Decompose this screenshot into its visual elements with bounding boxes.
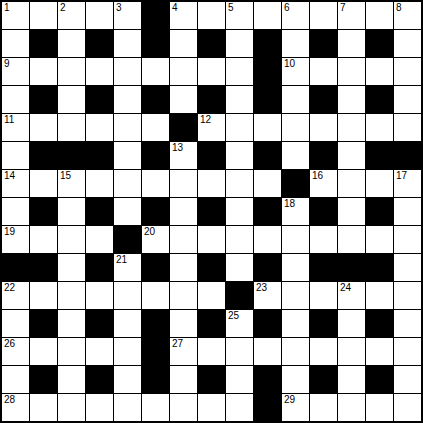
- open-cell-r9c2[interactable]: [58, 254, 85, 281]
- block-cell-r9c12: [338, 254, 365, 281]
- open-cell-r14c10[interactable]: 29: [282, 394, 309, 421]
- open-cell-r10c4[interactable]: [114, 282, 141, 309]
- clue-number-5: 5: [228, 2, 234, 14]
- block-cell-r3c1: [30, 86, 57, 113]
- open-cell-r2c13[interactable]: [366, 58, 393, 85]
- block-cell-r11c9: [254, 310, 281, 337]
- open-cell-r2c4[interactable]: [114, 58, 141, 85]
- block-cell-r13c3: [86, 366, 113, 393]
- open-cell-r12c13[interactable]: [366, 338, 393, 365]
- open-cell-r2c3[interactable]: [86, 58, 113, 85]
- block-cell-r1c13: [366, 30, 393, 57]
- open-cell-r10c1[interactable]: [30, 282, 57, 309]
- open-cell-r2c8[interactable]: [226, 58, 253, 85]
- open-cell-r0c4[interactable]: 3: [114, 2, 141, 29]
- clue-number-11: 11: [4, 114, 14, 126]
- clue-number-13: 13: [172, 142, 183, 154]
- open-cell-r13c14[interactable]: [394, 366, 421, 393]
- open-cell-r6c12[interactable]: [338, 170, 365, 197]
- block-cell-r8c4: [114, 226, 141, 253]
- open-cell-r0c6[interactable]: 4: [170, 2, 197, 29]
- block-cell-r1c11: [310, 30, 337, 57]
- open-cell-r8c6[interactable]: [170, 226, 197, 253]
- clue-number-17: 17: [396, 170, 407, 182]
- open-cell-r1c14[interactable]: [394, 30, 421, 57]
- crossword-grid: 1234567891011121314151617181920212223242…: [0, 0, 423, 423]
- open-cell-r6c3[interactable]: [86, 170, 113, 197]
- open-cell-r5c8[interactable]: [226, 142, 253, 169]
- open-cell-r8c12[interactable]: [338, 226, 365, 253]
- block-cell-r3c3: [86, 86, 113, 113]
- block-cell-r11c13: [366, 310, 393, 337]
- block-cell-r13c5: [142, 366, 169, 393]
- open-cell-r4c9[interactable]: [254, 114, 281, 141]
- block-cell-r11c5: [142, 310, 169, 337]
- open-cell-r14c0[interactable]: 28: [2, 394, 29, 421]
- block-cell-r13c13: [366, 366, 393, 393]
- open-cell-r2c11[interactable]: [310, 58, 337, 85]
- open-cell-r1c10[interactable]: [282, 30, 309, 57]
- open-cell-r0c2[interactable]: 2: [58, 2, 85, 29]
- open-cell-r1c2[interactable]: [58, 30, 85, 57]
- open-cell-r6c9[interactable]: [254, 170, 281, 197]
- open-cell-r12c3[interactable]: [86, 338, 113, 365]
- open-cell-r6c7[interactable]: [198, 170, 225, 197]
- open-cell-r10c9[interactable]: 23: [254, 282, 281, 309]
- block-cell-r9c9: [254, 254, 281, 281]
- open-cell-r4c8[interactable]: [226, 114, 253, 141]
- open-cell-r7c4[interactable]: [114, 198, 141, 225]
- open-cell-r8c5[interactable]: 20: [142, 226, 169, 253]
- open-cell-r10c5[interactable]: [142, 282, 169, 309]
- open-cell-r3c2[interactable]: [58, 86, 85, 113]
- block-cell-r7c5: [142, 198, 169, 225]
- open-cell-r9c8[interactable]: [226, 254, 253, 281]
- block-cell-r1c9: [254, 30, 281, 57]
- open-cell-r0c10[interactable]: 6: [282, 2, 309, 29]
- open-cell-r8c8[interactable]: [226, 226, 253, 253]
- open-cell-r0c9[interactable]: [254, 2, 281, 29]
- open-cell-r8c10[interactable]: [282, 226, 309, 253]
- block-cell-r5c3: [86, 142, 113, 169]
- open-cell-r3c12[interactable]: [338, 86, 365, 113]
- open-cell-r0c11[interactable]: [310, 2, 337, 29]
- open-cell-r14c13[interactable]: [366, 394, 393, 421]
- open-cell-r7c6[interactable]: [170, 198, 197, 225]
- open-cell-r13c2[interactable]: [58, 366, 85, 393]
- open-cell-r5c4[interactable]: [114, 142, 141, 169]
- block-cell-r9c7: [198, 254, 225, 281]
- open-cell-r14c6[interactable]: [170, 394, 197, 421]
- open-cell-r14c2[interactable]: [58, 394, 85, 421]
- clue-number-21: 21: [116, 254, 127, 266]
- open-cell-r12c4[interactable]: [114, 338, 141, 365]
- open-cell-r12c7[interactable]: [198, 338, 225, 365]
- open-cell-r0c8[interactable]: 5: [226, 2, 253, 29]
- block-cell-r7c3: [86, 198, 113, 225]
- block-cell-r4c6: [170, 114, 197, 141]
- open-cell-r13c4[interactable]: [114, 366, 141, 393]
- open-cell-r14c14[interactable]: [394, 394, 421, 421]
- block-cell-r11c3: [86, 310, 113, 337]
- open-cell-r3c10[interactable]: [282, 86, 309, 113]
- open-cell-r2c1[interactable]: [30, 58, 57, 85]
- open-cell-r8c3[interactable]: [86, 226, 113, 253]
- open-cell-r11c14[interactable]: [394, 310, 421, 337]
- open-cell-r10c6[interactable]: [170, 282, 197, 309]
- block-cell-r10c8: [226, 282, 253, 309]
- open-cell-r6c6[interactable]: [170, 170, 197, 197]
- open-cell-r0c13[interactable]: [366, 2, 393, 29]
- clue-number-28: 28: [4, 394, 15, 406]
- open-cell-r10c7[interactable]: [198, 282, 225, 309]
- open-cell-r14c12[interactable]: [338, 394, 365, 421]
- open-cell-r4c0[interactable]: 11: [2, 114, 29, 141]
- open-cell-r5c12[interactable]: [338, 142, 365, 169]
- block-cell-r11c11: [310, 310, 337, 337]
- block-cell-r7c1: [30, 198, 57, 225]
- open-cell-r6c14[interactable]: 17: [394, 170, 421, 197]
- block-cell-r9c5: [142, 254, 169, 281]
- clue-number-18: 18: [284, 198, 295, 210]
- open-cell-r10c2[interactable]: [58, 282, 85, 309]
- open-cell-r6c1[interactable]: [30, 170, 57, 197]
- open-cell-r4c3[interactable]: [86, 114, 113, 141]
- open-cell-r14c11[interactable]: [310, 394, 337, 421]
- open-cell-r2c0[interactable]: 9: [2, 58, 29, 85]
- open-cell-r3c6[interactable]: [170, 86, 197, 113]
- block-cell-r1c5: [142, 30, 169, 57]
- open-cell-r10c12[interactable]: 24: [338, 282, 365, 309]
- open-cell-r11c10[interactable]: [282, 310, 309, 337]
- open-cell-r7c8[interactable]: [226, 198, 253, 225]
- open-cell-r11c4[interactable]: [114, 310, 141, 337]
- open-cell-r0c12[interactable]: 7: [338, 2, 365, 29]
- clue-number-9: 9: [4, 58, 10, 70]
- open-cell-r13c8[interactable]: [226, 366, 253, 393]
- open-cell-r7c14[interactable]: [394, 198, 421, 225]
- block-cell-r3c7: [198, 86, 225, 113]
- clue-number-29: 29: [284, 394, 295, 406]
- block-cell-r11c1: [30, 310, 57, 337]
- open-cell-r7c12[interactable]: [338, 198, 365, 225]
- clue-number-10: 10: [284, 58, 295, 70]
- block-cell-r13c11: [310, 366, 337, 393]
- clue-number-25: 25: [228, 310, 239, 322]
- open-cell-r12c0[interactable]: 26: [2, 338, 29, 365]
- clue-number-7: 7: [340, 2, 346, 14]
- block-cell-r9c11: [310, 254, 337, 281]
- block-cell-r1c1: [30, 30, 57, 57]
- block-cell-r14c9: [254, 394, 281, 421]
- block-cell-r5c11: [310, 142, 337, 169]
- open-cell-r4c13[interactable]: [366, 114, 393, 141]
- open-cell-r4c1[interactable]: [30, 114, 57, 141]
- open-cell-r13c6[interactable]: [170, 366, 197, 393]
- block-cell-r11c7: [198, 310, 225, 337]
- open-cell-r10c10[interactable]: [282, 282, 309, 309]
- open-cell-r2c10[interactable]: 10: [282, 58, 309, 85]
- open-cell-r8c0[interactable]: 19: [2, 226, 29, 253]
- open-cell-r2c5[interactable]: [142, 58, 169, 85]
- clue-number-12: 12: [200, 114, 211, 126]
- open-cell-r3c4[interactable]: [114, 86, 141, 113]
- open-cell-r12c8[interactable]: [226, 338, 253, 365]
- open-cell-r2c6[interactable]: [170, 58, 197, 85]
- block-cell-r3c9: [254, 86, 281, 113]
- open-cell-r8c11[interactable]: [310, 226, 337, 253]
- clue-number-24: 24: [340, 282, 351, 294]
- open-cell-r2c7[interactable]: [198, 58, 225, 85]
- clue-number-14: 14: [4, 170, 15, 182]
- open-cell-r8c13[interactable]: [366, 226, 393, 253]
- open-cell-r7c0[interactable]: [2, 198, 29, 225]
- open-cell-r3c8[interactable]: [226, 86, 253, 113]
- open-cell-r10c14[interactable]: [394, 282, 421, 309]
- open-cell-r10c3[interactable]: [86, 282, 113, 309]
- clue-number-26: 26: [4, 338, 15, 350]
- open-cell-r12c10[interactable]: [282, 338, 309, 365]
- open-cell-r11c0[interactable]: [2, 310, 29, 337]
- block-cell-r9c0: [2, 254, 29, 281]
- block-cell-r7c7: [198, 198, 225, 225]
- block-cell-r3c13: [366, 86, 393, 113]
- block-cell-r5c1: [30, 142, 57, 169]
- block-cell-r5c14: [394, 142, 421, 169]
- open-cell-r14c7[interactable]: [198, 394, 225, 421]
- open-cell-r4c11[interactable]: [310, 114, 337, 141]
- clue-number-4: 4: [172, 2, 178, 14]
- open-cell-r6c2[interactable]: 15: [58, 170, 85, 197]
- open-cell-r6c8[interactable]: [226, 170, 253, 197]
- open-cell-r10c0[interactable]: 22: [2, 282, 29, 309]
- open-cell-r7c10[interactable]: 18: [282, 198, 309, 225]
- open-cell-r1c12[interactable]: [338, 30, 365, 57]
- open-cell-r11c6[interactable]: [170, 310, 197, 337]
- block-cell-r1c3: [86, 30, 113, 57]
- block-cell-r2c9: [254, 58, 281, 85]
- clue-number-22: 22: [4, 282, 15, 294]
- clue-number-15: 15: [60, 170, 71, 182]
- open-cell-r3c0[interactable]: [2, 86, 29, 113]
- open-cell-r14c3[interactable]: [86, 394, 113, 421]
- open-cell-r8c7[interactable]: [198, 226, 225, 253]
- open-cell-r8c14[interactable]: [394, 226, 421, 253]
- block-cell-r5c13: [366, 142, 393, 169]
- open-cell-r5c10[interactable]: [282, 142, 309, 169]
- clue-number-27: 27: [172, 338, 183, 350]
- open-cell-r11c12[interactable]: [338, 310, 365, 337]
- clue-number-3: 3: [116, 2, 122, 14]
- open-cell-r0c7[interactable]: [198, 2, 225, 29]
- open-cell-r7c2[interactable]: [58, 198, 85, 225]
- open-cell-r12c14[interactable]: [394, 338, 421, 365]
- open-cell-r14c8[interactable]: [226, 394, 253, 421]
- open-cell-r6c13[interactable]: [366, 170, 393, 197]
- open-cell-r4c5[interactable]: [142, 114, 169, 141]
- block-cell-r3c5: [142, 86, 169, 113]
- open-cell-r12c12[interactable]: [338, 338, 365, 365]
- open-cell-r1c6[interactable]: [170, 30, 197, 57]
- block-cell-r7c13: [366, 198, 393, 225]
- open-cell-r12c9[interactable]: [254, 338, 281, 365]
- block-cell-r5c7: [198, 142, 225, 169]
- open-cell-r2c2[interactable]: [58, 58, 85, 85]
- open-cell-r0c3[interactable]: [86, 2, 113, 29]
- clue-number-23: 23: [256, 282, 267, 294]
- block-cell-r5c2: [58, 142, 85, 169]
- open-cell-r9c10[interactable]: [282, 254, 309, 281]
- block-cell-r5c9: [254, 142, 281, 169]
- open-cell-r1c4[interactable]: [114, 30, 141, 57]
- block-cell-r3c11: [310, 86, 337, 113]
- block-cell-r9c3: [86, 254, 113, 281]
- block-cell-r9c1: [30, 254, 57, 281]
- open-cell-r10c11[interactable]: [310, 282, 337, 309]
- open-cell-r4c12[interactable]: [338, 114, 365, 141]
- block-cell-r7c9: [254, 198, 281, 225]
- clue-number-19: 19: [4, 226, 15, 238]
- open-cell-r11c2[interactable]: [58, 310, 85, 337]
- open-cell-r10c13[interactable]: [366, 282, 393, 309]
- open-cell-r12c11[interactable]: [310, 338, 337, 365]
- clue-number-8: 8: [396, 2, 402, 14]
- block-cell-r5c5: [142, 142, 169, 169]
- block-cell-r1c7: [198, 30, 225, 57]
- open-cell-r12c1[interactable]: [30, 338, 57, 365]
- clue-number-2: 2: [60, 2, 66, 14]
- open-cell-r2c14[interactable]: [394, 58, 421, 85]
- open-cell-r5c0[interactable]: [2, 142, 29, 169]
- open-cell-r9c4[interactable]: 21: [114, 254, 141, 281]
- open-cell-r1c0[interactable]: [2, 30, 29, 57]
- block-cell-r13c1: [30, 366, 57, 393]
- open-cell-r14c1[interactable]: [30, 394, 57, 421]
- clue-number-16: 16: [312, 170, 323, 182]
- clue-number-20: 20: [144, 226, 155, 238]
- open-cell-r12c2[interactable]: [58, 338, 85, 365]
- open-cell-r9c6[interactable]: [170, 254, 197, 281]
- open-cell-r13c12[interactable]: [338, 366, 365, 393]
- block-cell-r12c5: [142, 338, 169, 365]
- open-cell-r6c11[interactable]: 16: [310, 170, 337, 197]
- open-cell-r12c6[interactable]: 27: [170, 338, 197, 365]
- open-cell-r2c12[interactable]: [338, 58, 365, 85]
- open-cell-r8c2[interactable]: [58, 226, 85, 253]
- block-cell-r13c9: [254, 366, 281, 393]
- open-cell-r0c0[interactable]: 1: [2, 2, 29, 29]
- open-cell-r11c8[interactable]: 25: [226, 310, 253, 337]
- open-cell-r13c0[interactable]: [2, 366, 29, 393]
- open-cell-r4c7[interactable]: 12: [198, 114, 225, 141]
- block-cell-r6c10: [282, 170, 309, 197]
- open-cell-r14c4[interactable]: [114, 394, 141, 421]
- clue-number-6: 6: [284, 2, 290, 14]
- open-cell-r3c14[interactable]: [394, 86, 421, 113]
- open-cell-r6c4[interactable]: [114, 170, 141, 197]
- open-cell-r4c2[interactable]: [58, 114, 85, 141]
- open-cell-r14c5[interactable]: [142, 394, 169, 421]
- block-cell-r0c5: [142, 2, 169, 29]
- block-cell-r9c13: [366, 254, 393, 281]
- open-cell-r4c10[interactable]: [282, 114, 309, 141]
- open-cell-r6c0[interactable]: 14: [2, 170, 29, 197]
- open-cell-r1c8[interactable]: [226, 30, 253, 57]
- open-cell-r4c14[interactable]: [394, 114, 421, 141]
- open-cell-r5c6[interactable]: 13: [170, 142, 197, 169]
- open-cell-r8c9[interactable]: [254, 226, 281, 253]
- open-cell-r13c10[interactable]: [282, 366, 309, 393]
- block-cell-r7c11: [310, 198, 337, 225]
- block-cell-r13c7: [198, 366, 225, 393]
- open-cell-r6c5[interactable]: [142, 170, 169, 197]
- open-cell-r0c1[interactable]: [30, 2, 57, 29]
- clue-number-1: 1: [4, 2, 10, 14]
- open-cell-r8c1[interactable]: [30, 226, 57, 253]
- open-cell-r0c14[interactable]: 8: [394, 2, 421, 29]
- open-cell-r4c4[interactable]: [114, 114, 141, 141]
- open-cell-r9c14[interactable]: [394, 254, 421, 281]
